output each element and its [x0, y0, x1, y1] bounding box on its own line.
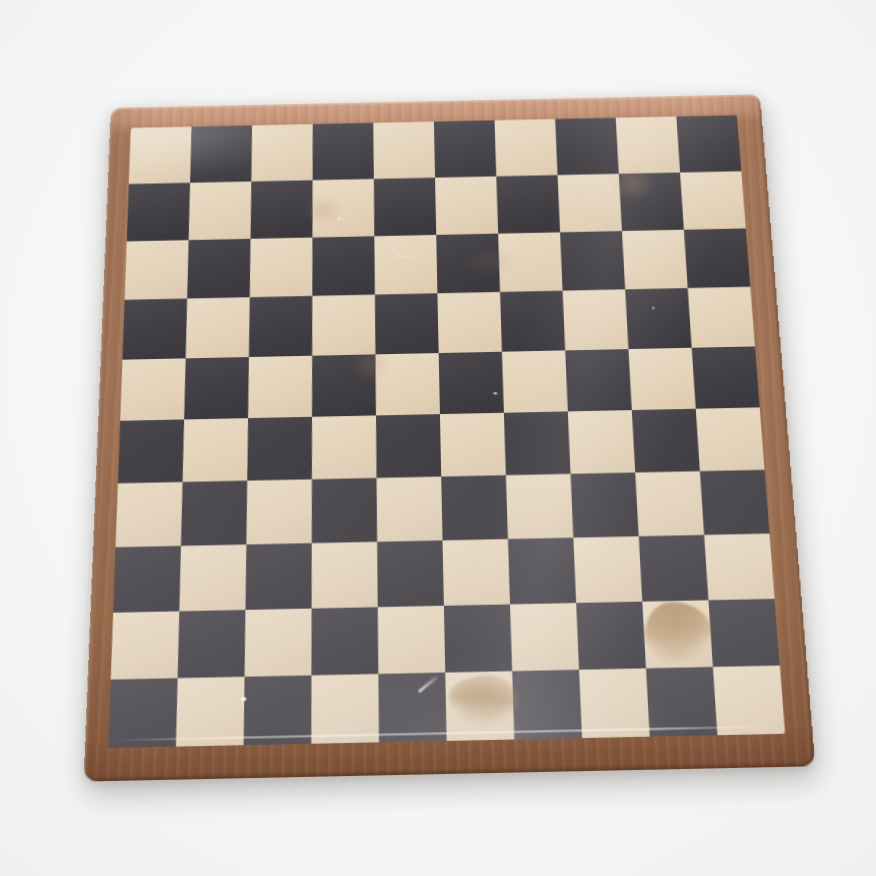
board-square: [375, 353, 440, 415]
board-square: [376, 414, 441, 478]
board-square: [434, 120, 496, 177]
board-square: [312, 295, 375, 356]
board-square: [628, 348, 695, 410]
board-square: [616, 117, 680, 174]
board-square: [247, 417, 312, 481]
board-square: [178, 610, 246, 678]
board-square: [435, 176, 498, 235]
board-square: [684, 228, 750, 288]
board-square: [560, 231, 625, 291]
board-square: [245, 608, 312, 676]
board-square: [181, 481, 247, 546]
board-square: [250, 237, 313, 297]
board-square: [311, 607, 378, 675]
board-square: [708, 599, 779, 667]
board-square: [558, 174, 622, 232]
board-square: [568, 410, 635, 474]
board-square: [246, 479, 312, 544]
board-square: [312, 354, 376, 416]
board-square: [496, 175, 560, 234]
wooden-frame: [84, 94, 816, 781]
board-square: [576, 602, 646, 670]
board-rotation-wrap: [91, 63, 793, 771]
board-square: [642, 600, 713, 668]
board-squares-grid: [108, 115, 785, 748]
board-square: [512, 670, 582, 740]
board-square: [619, 172, 684, 230]
board-square: [245, 543, 311, 610]
board-square: [444, 604, 512, 672]
board-square: [378, 673, 446, 743]
board-square: [111, 611, 180, 679]
board-square: [625, 288, 692, 349]
photo-background: [0, 0, 876, 876]
board-square: [439, 352, 504, 414]
board-square: [108, 678, 177, 748]
board-square: [445, 671, 514, 741]
board-square: [127, 183, 190, 242]
board-square: [504, 411, 571, 475]
board-square: [500, 291, 565, 352]
board-square: [312, 415, 377, 479]
board-square: [646, 667, 717, 737]
board-square: [622, 230, 688, 290]
board-square: [688, 287, 755, 348]
board-square: [696, 407, 765, 471]
board-square: [190, 125, 252, 182]
board-square: [122, 299, 187, 360]
board-square: [563, 289, 629, 350]
board-square: [311, 674, 379, 744]
board-square: [502, 350, 568, 412]
board-square: [700, 470, 770, 535]
board-square: [184, 357, 249, 419]
board-square: [495, 119, 558, 176]
board-square: [183, 418, 249, 482]
board-square: [632, 409, 700, 473]
board-square: [579, 668, 650, 738]
board-square: [510, 603, 579, 671]
board-square: [312, 542, 378, 609]
board-perspective-wrap: [84, 94, 816, 781]
board-square: [443, 539, 510, 606]
board-square: [179, 545, 246, 612]
board-square: [189, 181, 252, 240]
board-square: [555, 118, 619, 175]
board-square: [704, 534, 774, 601]
board-square: [113, 546, 181, 613]
board-square: [692, 346, 760, 408]
board-square: [125, 240, 189, 300]
board-square: [120, 358, 185, 420]
board-square: [129, 127, 192, 184]
board-square: [377, 477, 443, 542]
board-square: [176, 677, 245, 747]
board-square: [436, 234, 500, 294]
board-square: [374, 235, 437, 295]
board-square: [498, 232, 562, 292]
board-square: [508, 538, 576, 605]
board-square: [118, 420, 184, 484]
board-square: [571, 473, 639, 538]
board-square: [251, 180, 313, 239]
board-square: [378, 606, 446, 674]
board-square: [312, 478, 377, 543]
checkerboard: [108, 115, 785, 748]
board-square: [565, 349, 632, 411]
board-square: [377, 540, 444, 607]
board-square: [313, 123, 374, 180]
board-square: [680, 171, 746, 229]
board-square: [312, 179, 374, 238]
board-square: [248, 356, 312, 418]
board-square: [639, 535, 709, 602]
board-square: [116, 482, 183, 547]
board-square: [506, 474, 573, 539]
board-square: [573, 536, 642, 603]
board-square: [186, 297, 250, 358]
board-square: [187, 239, 250, 299]
board-square: [251, 124, 312, 181]
board-square: [375, 293, 439, 354]
board-square: [440, 413, 506, 477]
board-square: [713, 666, 785, 736]
board-square: [635, 471, 704, 536]
board-square: [249, 296, 312, 357]
board-square: [441, 475, 508, 540]
board-square: [373, 122, 435, 179]
board-square: [437, 292, 501, 353]
board-square: [244, 675, 312, 745]
board-square: [374, 178, 436, 237]
board-square: [312, 236, 375, 296]
board-square: [676, 115, 741, 172]
